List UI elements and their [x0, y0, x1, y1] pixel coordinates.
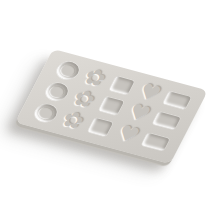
mold-cavity-square — [99, 97, 125, 116]
mold-cavity-rectangle — [152, 112, 181, 130]
mold-cavity-square — [88, 118, 114, 137]
mold-cavity-grid: ✿♥✿♥✿♥ — [26, 57, 196, 157]
mold-cavity-square — [109, 76, 135, 95]
mold-cavity-rectangle — [141, 133, 170, 151]
mold-tray: ✿♥✿♥✿♥ — [15, 49, 208, 164]
product-photo-canvas: ✿♥✿♥✿♥ — [0, 0, 220, 220]
mold-cavity-rectangle — [163, 91, 192, 109]
